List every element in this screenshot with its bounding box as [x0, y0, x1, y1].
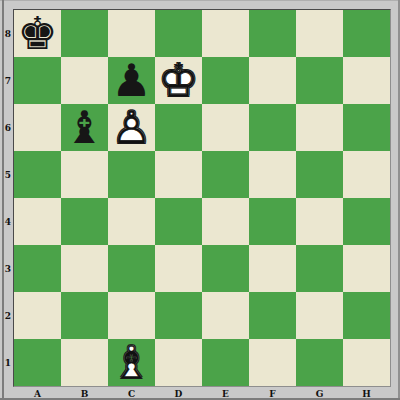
file-label-h: H	[343, 387, 390, 400]
square-a6[interactable]	[14, 104, 61, 151]
square-c4[interactable]	[108, 198, 155, 245]
chess-app-window: 87654321 ♚♟♚♔♝♟♙♝♗ ABCDEFGH	[0, 0, 400, 400]
square-f4[interactable]	[249, 198, 296, 245]
rank-label-1: 1	[3, 339, 13, 386]
square-d6[interactable]	[155, 104, 202, 151]
file-label-f: F	[249, 387, 296, 400]
piece-white-pawn[interactable]: ♟♙	[108, 104, 155, 151]
square-d8[interactable]	[155, 10, 202, 57]
black-bishop-glyph: ♝	[61, 104, 108, 151]
black-pawn-glyph: ♟	[108, 57, 155, 104]
square-g4[interactable]	[296, 198, 343, 245]
square-b8[interactable]	[61, 10, 108, 57]
square-f5[interactable]	[249, 151, 296, 198]
square-a8[interactable]: ♚	[14, 10, 61, 57]
square-b2[interactable]	[61, 292, 108, 339]
rank-label-4: 4	[3, 198, 13, 245]
square-e7[interactable]	[202, 57, 249, 104]
square-e2[interactable]	[202, 292, 249, 339]
square-h5[interactable]	[343, 151, 390, 198]
square-f1[interactable]	[249, 339, 296, 386]
square-c5[interactable]	[108, 151, 155, 198]
square-g8[interactable]	[296, 10, 343, 57]
square-a2[interactable]	[14, 292, 61, 339]
square-g6[interactable]	[296, 104, 343, 151]
square-c1[interactable]: ♝♗	[108, 339, 155, 386]
square-h3[interactable]	[343, 245, 390, 292]
square-d4[interactable]	[155, 198, 202, 245]
square-c8[interactable]	[108, 10, 155, 57]
square-h6[interactable]	[343, 104, 390, 151]
piece-black-king[interactable]: ♚	[14, 10, 61, 57]
square-f8[interactable]	[249, 10, 296, 57]
square-f6[interactable]	[249, 104, 296, 151]
square-a7[interactable]	[14, 57, 61, 104]
square-b4[interactable]	[61, 198, 108, 245]
piece-white-king[interactable]: ♚♔	[155, 57, 202, 104]
square-e1[interactable]	[202, 339, 249, 386]
white-king-outline-glyph: ♔	[155, 57, 202, 104]
square-c7[interactable]: ♟	[108, 57, 155, 104]
square-d3[interactable]	[155, 245, 202, 292]
square-f7[interactable]	[249, 57, 296, 104]
rank-label-7: 7	[3, 57, 13, 104]
square-f3[interactable]	[249, 245, 296, 292]
square-d1[interactable]	[155, 339, 202, 386]
square-e5[interactable]	[202, 151, 249, 198]
file-label-d: D	[155, 387, 202, 400]
white-pawn-outline-glyph: ♙	[108, 104, 155, 151]
square-g5[interactable]	[296, 151, 343, 198]
square-a1[interactable]	[14, 339, 61, 386]
square-b6[interactable]: ♝	[61, 104, 108, 151]
rank-label-3: 3	[3, 245, 13, 292]
square-g3[interactable]	[296, 245, 343, 292]
square-d7[interactable]: ♚♔	[155, 57, 202, 104]
square-e3[interactable]	[202, 245, 249, 292]
square-h2[interactable]	[343, 292, 390, 339]
square-c2[interactable]	[108, 292, 155, 339]
square-h8[interactable]	[343, 10, 390, 57]
chess-board: ♚♟♚♔♝♟♙♝♗	[13, 9, 391, 387]
square-h1[interactable]	[343, 339, 390, 386]
square-g7[interactable]	[296, 57, 343, 104]
rank-label-2: 2	[3, 292, 13, 339]
square-b5[interactable]	[61, 151, 108, 198]
square-f2[interactable]	[249, 292, 296, 339]
white-bishop-outline-glyph: ♗	[108, 339, 155, 386]
square-c6[interactable]: ♟♙	[108, 104, 155, 151]
square-a4[interactable]	[14, 198, 61, 245]
piece-white-bishop[interactable]: ♝♗	[108, 339, 155, 386]
rank-label-6: 6	[3, 104, 13, 151]
rank-label-8: 8	[3, 10, 13, 57]
square-d5[interactable]	[155, 151, 202, 198]
file-label-a: A	[14, 387, 61, 400]
file-labels: ABCDEFGH	[14, 387, 390, 400]
file-label-c: C	[108, 387, 155, 400]
rank-labels: 87654321	[3, 10, 13, 386]
square-e4[interactable]	[202, 198, 249, 245]
square-c3[interactable]	[108, 245, 155, 292]
square-e8[interactable]	[202, 10, 249, 57]
file-label-b: B	[61, 387, 108, 400]
square-g2[interactable]	[296, 292, 343, 339]
file-label-e: E	[202, 387, 249, 400]
rank-label-5: 5	[3, 151, 13, 198]
black-king-glyph: ♚	[14, 10, 61, 57]
square-a3[interactable]	[14, 245, 61, 292]
square-b7[interactable]	[61, 57, 108, 104]
square-d2[interactable]	[155, 292, 202, 339]
square-b3[interactable]	[61, 245, 108, 292]
square-e6[interactable]	[202, 104, 249, 151]
piece-black-pawn[interactable]: ♟	[108, 57, 155, 104]
window-top-edge	[0, 0, 400, 1]
square-a5[interactable]	[14, 151, 61, 198]
square-h7[interactable]	[343, 57, 390, 104]
piece-black-bishop[interactable]: ♝	[61, 104, 108, 151]
square-h4[interactable]	[343, 198, 390, 245]
file-label-g: G	[296, 387, 343, 400]
square-g1[interactable]	[296, 339, 343, 386]
square-b1[interactable]	[61, 339, 108, 386]
